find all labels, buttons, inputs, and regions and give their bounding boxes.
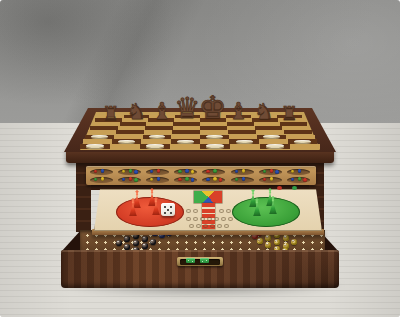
mancala-bead-blue [206, 178, 210, 181]
drawer-front[interactable] [61, 250, 339, 288]
chess-piece-queen[interactable]: ♛ [174, 94, 200, 123]
mancala-bead-red [157, 169, 161, 172]
checker-disc[interactable] [149, 135, 166, 138]
mancala-bead-yellow [213, 177, 217, 180]
ludo-circle [224, 224, 229, 228]
mancala-pit [231, 169, 254, 175]
mancala-pit [90, 169, 113, 175]
square-dark [80, 144, 110, 149]
ludo-circle [186, 209, 191, 213]
mancala-bead-green [235, 178, 239, 181]
mancala-bead-yellow [291, 170, 295, 173]
drawer-handle[interactable] [177, 257, 223, 266]
checker-disc[interactable] [146, 144, 163, 148]
chess-piece-king[interactable]: ♚ [199, 92, 227, 123]
mancala-bead-green [263, 170, 267, 173]
checker-disc[interactable] [86, 144, 103, 148]
chess-piece-bishop[interactable]: ♝ [151, 100, 172, 123]
mancala-bead-green [213, 169, 217, 172]
ludo-circle [196, 224, 201, 228]
mancala-pit [146, 169, 169, 175]
mancala-pit [287, 169, 310, 175]
mancala-bead-red [129, 177, 133, 180]
die-pip [164, 212, 166, 214]
ludo-circle [189, 224, 194, 228]
chess-piece-bishop[interactable]: ♝ [228, 100, 249, 123]
mancala-pit [174, 177, 197, 183]
ludo-circle [226, 209, 231, 213]
mancala-bead-blue [275, 170, 279, 173]
square-dark [200, 144, 230, 149]
mancala-bead-green [134, 178, 138, 181]
mancala-bead-blue [298, 169, 302, 172]
chess-piece-rook[interactable]: ♜ [281, 104, 298, 123]
ludo-circle [193, 217, 198, 221]
mancala-bead-green [185, 177, 189, 180]
square-light [110, 144, 140, 149]
square-dark [140, 144, 170, 149]
die-pip [167, 209, 169, 211]
ludo-center-triangles [194, 191, 222, 203]
mancala-bead-green [129, 169, 133, 172]
square-light [230, 144, 260, 149]
mancala-bead-green [178, 170, 182, 173]
mancala-bead-red [270, 169, 274, 172]
mancala-bead-yellow [270, 177, 274, 180]
mancala-bead-red [303, 178, 307, 181]
mancala-bead-yellow [242, 169, 246, 172]
die-pip [164, 206, 166, 208]
mancala-bead-red [263, 178, 267, 181]
mancala-bead-blue [185, 169, 189, 172]
mancala-tray [86, 166, 316, 185]
mancala-bead-red [219, 178, 223, 181]
mancala-pit [174, 169, 197, 175]
mancala-bead-yellow [101, 177, 105, 180]
mancala-pit [231, 177, 254, 183]
chess-piece-rook[interactable]: ♜ [102, 104, 119, 123]
ludo-circle [203, 224, 208, 228]
square-light [290, 144, 320, 149]
mancala-bead-yellow [122, 170, 126, 173]
checker-disc[interactable] [177, 140, 194, 144]
mancala-pit [118, 169, 141, 175]
mancala-bead-blue [191, 178, 195, 181]
die-pip [170, 212, 172, 214]
mancala-pit [90, 177, 113, 183]
mancala-pit [202, 169, 225, 175]
ludo-board [94, 189, 322, 231]
chess-piece-knight[interactable]: ♞ [254, 101, 274, 123]
checker-disc[interactable] [294, 140, 311, 144]
mancala-bead-blue [134, 170, 138, 173]
square-light [170, 144, 200, 149]
mancala-bead-blue [242, 177, 246, 180]
checker-disc[interactable] [236, 140, 253, 144]
checker-disc[interactable] [266, 144, 283, 148]
ludo-circle [228, 217, 233, 221]
ludo-circle [186, 217, 191, 221]
product-photo-scene: ♜♞♝♛♚♝♞♜ [0, 0, 400, 317]
mancala-pit [259, 169, 282, 175]
mancala-bead-yellow [191, 170, 195, 173]
chess-piece-knight[interactable]: ♞ [126, 101, 146, 123]
die-pip [170, 206, 172, 208]
ludo-circle [214, 217, 219, 221]
checker-disc[interactable] [263, 135, 280, 138]
ludo-circle [219, 209, 224, 213]
ludo-circle [193, 209, 198, 213]
green-die-right [200, 258, 209, 263]
mancala-bead-red [178, 178, 182, 181]
mancala-bead-yellow [150, 178, 154, 181]
mancala-pit [118, 177, 141, 183]
ludo-circle [200, 217, 205, 221]
ludo-circle [221, 217, 226, 221]
checker-disc[interactable] [118, 140, 135, 144]
mancala-bead-red [94, 170, 98, 173]
ludo-green-home-circle [232, 197, 300, 227]
mancala-pit [146, 177, 169, 183]
mancala-bead-blue [235, 170, 239, 173]
green-die-left [186, 258, 195, 263]
mancala-bead-blue [291, 178, 295, 181]
ludo-circle [207, 217, 212, 221]
mancala-bead-blue [157, 177, 161, 180]
ludo-circle [210, 224, 215, 228]
ludo-circle [217, 224, 222, 228]
checker-disc[interactable] [206, 135, 223, 138]
mancala-bead-green [298, 177, 302, 180]
accent-dot-green [292, 186, 297, 190]
white-die[interactable] [161, 203, 175, 216]
mancala-bead-blue [101, 169, 105, 172]
checker-disc[interactable] [206, 144, 223, 148]
chessboard-row [80, 144, 320, 149]
mancala-pit [202, 177, 225, 183]
mancala-bead-blue [150, 170, 154, 173]
checker-disc[interactable] [91, 135, 108, 138]
mancala-bead-green [94, 178, 98, 181]
mancala-bead-blue [122, 178, 126, 181]
square-dark [260, 144, 290, 149]
accent-dot-red [277, 186, 282, 190]
mancala-bead-red [206, 170, 210, 173]
mancala-pit [287, 177, 310, 183]
mancala-pit [259, 177, 282, 183]
